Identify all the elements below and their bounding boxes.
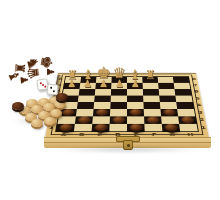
square-d3: [110, 109, 127, 116]
square-c4: [94, 102, 111, 109]
rankLabelsRight-3: 3: [196, 109, 205, 116]
checker-dark-loose: [56, 93, 68, 101]
square-d4: [110, 102, 127, 109]
checker-dark-h2: [180, 116, 194, 123]
checker-light-pile: [50, 109, 62, 117]
chess-piece-light-pawn-e7: ♟: [131, 79, 140, 89]
rankLabelsRight-1: 1: [199, 124, 208, 132]
chess-piece-dark-pawn-pile: ♟: [45, 68, 55, 77]
rankLabelsRight-6: 6: [192, 89, 200, 96]
checker-dark-d2: [112, 116, 125, 123]
checker-dark-g3: [163, 109, 176, 116]
square-d2: [110, 116, 127, 123]
chess-piece-light-pawn-d7: ♟: [115, 79, 124, 89]
square-f5: [143, 95, 160, 102]
square-f4: [143, 102, 160, 109]
rankLabelsRight-7: 7: [191, 82, 199, 88]
square-g1: [162, 124, 180, 132]
rankLabelsLeft-8: 8: [57, 76, 65, 82]
checker-dark-b2: [77, 116, 90, 123]
square-h3: [177, 109, 195, 116]
board-squares-grid: [55, 76, 199, 132]
square-d1: [109, 124, 127, 132]
checker-dark-e3: [129, 109, 141, 116]
square-e5: [127, 95, 143, 102]
square-f3: [144, 109, 161, 116]
square-f1: [144, 124, 162, 132]
die-pip: [44, 85, 46, 87]
square-g4: [160, 102, 177, 109]
die-2: [46, 83, 58, 95]
rankLabelsRight-2: 2: [198, 116, 207, 124]
square-c2: [92, 116, 110, 123]
square-h5: [175, 95, 192, 102]
square-c3: [93, 109, 110, 116]
square-g2: [161, 116, 179, 123]
square-b5: [78, 95, 95, 102]
checker-light-pile: [44, 117, 56, 125]
product-photo-scene: ABCDEFGH 12345678 12345678 ♜♝♚♛♝♜♟♟♟♟♟ ♜…: [0, 0, 220, 200]
square-c1: [92, 124, 110, 132]
checker-dark-c3: [95, 109, 108, 116]
square-e4: [127, 102, 144, 109]
rankLabelsRight-8: 8: [190, 76, 198, 82]
square-g3: [160, 109, 178, 116]
square-b3: [76, 109, 94, 116]
square-e1: [127, 124, 145, 132]
square-h1: [179, 124, 198, 132]
board-back-edge: [58, 73, 196, 74]
chess-piece-light-pawn-b7: ♟: [83, 79, 92, 89]
box-shadow: [52, 146, 204, 153]
square-d5: [111, 95, 127, 102]
square-c5: [94, 95, 111, 102]
chess-piece-light-rook-f8: ♜: [145, 69, 156, 81]
checker-dark-f2: [146, 116, 159, 123]
square-b4: [77, 102, 94, 109]
square-g5: [159, 95, 176, 102]
chess-piece-light-pawn-c7: ♟: [99, 79, 108, 89]
square-b2: [75, 116, 93, 123]
square-h4: [176, 102, 194, 109]
chess-piece-light-pawn-a7: ♟: [67, 79, 76, 89]
chess-piece-dark-pawn-pile: ♟: [19, 75, 30, 85]
square-e2: [127, 116, 144, 123]
checker-light-pile: [54, 100, 66, 108]
square-f2: [144, 116, 162, 123]
checker-dark-g1: [164, 124, 178, 132]
checker-light-pile: [31, 119, 43, 127]
rankLabelsRight-4: 4: [195, 102, 204, 109]
square-e3: [127, 109, 144, 116]
square-h2: [178, 116, 196, 123]
die-pip: [53, 90, 55, 92]
checker-dark-e1: [129, 124, 142, 132]
checker-dark-c1: [94, 124, 107, 132]
checker-dark-loose: [12, 102, 24, 110]
rankLabelsRight-5: 5: [194, 95, 203, 102]
die-pip: [50, 87, 52, 89]
square-b1: [74, 124, 92, 132]
